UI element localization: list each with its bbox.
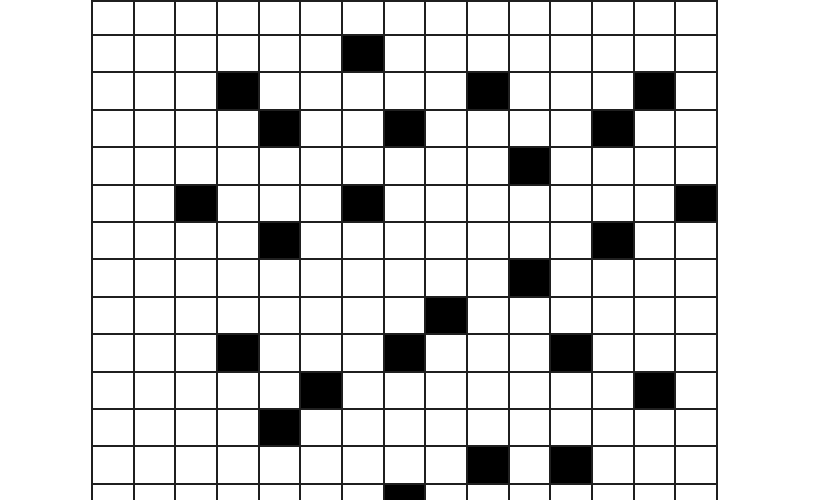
- open-cell[interactable]: [176, 260, 218, 297]
- open-cell[interactable]: [676, 298, 718, 335]
- open-cell[interactable]: [468, 260, 510, 297]
- open-cell[interactable]: [135, 223, 177, 260]
- open-cell[interactable]: [468, 111, 510, 148]
- open-cell[interactable]: [635, 410, 677, 447]
- open-cell[interactable]: [385, 410, 427, 447]
- open-cell[interactable]: [593, 373, 635, 410]
- page-background: { "game": "crossword", "grid": { "cols":…: [0, 0, 840, 500]
- open-cell[interactable]: [301, 36, 343, 73]
- open-cell[interactable]: [135, 298, 177, 335]
- open-cell[interactable]: [593, 186, 635, 223]
- open-cell[interactable]: [385, 186, 427, 223]
- open-cell[interactable]: [676, 485, 718, 500]
- open-cell[interactable]: [301, 148, 343, 185]
- open-cell[interactable]: [301, 447, 343, 484]
- open-cell[interactable]: [135, 148, 177, 185]
- open-cell[interactable]: [468, 335, 510, 372]
- open-cell[interactable]: [676, 410, 718, 447]
- block-cell: [385, 111, 427, 148]
- open-cell[interactable]: [176, 73, 218, 110]
- open-cell[interactable]: [176, 223, 218, 260]
- open-cell[interactable]: [635, 260, 677, 297]
- open-cell[interactable]: [260, 2, 302, 36]
- open-cell[interactable]: [385, 73, 427, 110]
- block-cell: [593, 223, 635, 260]
- open-cell[interactable]: [260, 260, 302, 297]
- open-cell[interactable]: [218, 447, 260, 484]
- block-cell: [385, 485, 427, 500]
- open-cell[interactable]: [343, 73, 385, 110]
- open-cell[interactable]: [218, 111, 260, 148]
- open-cell[interactable]: [468, 298, 510, 335]
- open-cell[interactable]: [218, 260, 260, 297]
- open-cell[interactable]: [676, 373, 718, 410]
- open-cell[interactable]: [135, 373, 177, 410]
- open-cell[interactable]: [176, 373, 218, 410]
- open-cell[interactable]: [676, 260, 718, 297]
- block-cell: [510, 260, 552, 297]
- block-cell: [343, 36, 385, 73]
- open-cell[interactable]: [260, 36, 302, 73]
- open-cell[interactable]: [135, 73, 177, 110]
- open-cell[interactable]: [593, 148, 635, 185]
- open-cell[interactable]: [385, 447, 427, 484]
- block-cell: [301, 373, 343, 410]
- open-cell[interactable]: [426, 186, 468, 223]
- open-cell[interactable]: [593, 485, 635, 500]
- open-cell[interactable]: [218, 2, 260, 36]
- block-cell: [260, 111, 302, 148]
- open-cell[interactable]: [468, 410, 510, 447]
- open-cell[interactable]: [426, 223, 468, 260]
- open-cell[interactable]: [260, 73, 302, 110]
- open-cell[interactable]: [93, 410, 135, 447]
- open-cell[interactable]: [551, 148, 593, 185]
- open-cell[interactable]: [593, 335, 635, 372]
- open-cell[interactable]: [301, 186, 343, 223]
- open-cell[interactable]: [593, 73, 635, 110]
- block-cell: [176, 186, 218, 223]
- open-cell[interactable]: [468, 148, 510, 185]
- open-cell[interactable]: [385, 36, 427, 73]
- open-cell[interactable]: [676, 2, 718, 36]
- open-cell[interactable]: [551, 186, 593, 223]
- open-cell[interactable]: [426, 260, 468, 297]
- open-cell[interactable]: [93, 73, 135, 110]
- open-cell[interactable]: [93, 298, 135, 335]
- open-cell[interactable]: [260, 186, 302, 223]
- block-cell: [551, 447, 593, 484]
- open-cell[interactable]: [635, 485, 677, 500]
- open-cell[interactable]: [426, 410, 468, 447]
- open-cell[interactable]: [426, 373, 468, 410]
- open-cell[interactable]: [593, 260, 635, 297]
- open-cell[interactable]: [93, 186, 135, 223]
- block-cell: [260, 410, 302, 447]
- open-cell[interactable]: [260, 373, 302, 410]
- open-cell[interactable]: [93, 260, 135, 297]
- open-cell[interactable]: [218, 36, 260, 73]
- open-cell[interactable]: [343, 373, 385, 410]
- open-cell[interactable]: [426, 73, 468, 110]
- crossword-grid: [91, 0, 718, 500]
- open-cell[interactable]: [510, 73, 552, 110]
- open-cell[interactable]: [176, 36, 218, 73]
- open-cell[interactable]: [176, 410, 218, 447]
- open-cell[interactable]: [260, 298, 302, 335]
- open-cell[interactable]: [343, 447, 385, 484]
- open-cell[interactable]: [551, 223, 593, 260]
- open-cell[interactable]: [593, 2, 635, 36]
- open-cell[interactable]: [468, 485, 510, 500]
- open-cell[interactable]: [301, 260, 343, 297]
- open-cell[interactable]: [135, 335, 177, 372]
- open-cell[interactable]: [301, 335, 343, 372]
- open-cell[interactable]: [218, 373, 260, 410]
- block-cell: [260, 223, 302, 260]
- open-cell[interactable]: [176, 335, 218, 372]
- open-cell[interactable]: [510, 447, 552, 484]
- open-cell[interactable]: [385, 373, 427, 410]
- open-cell[interactable]: [635, 298, 677, 335]
- open-cell[interactable]: [301, 223, 343, 260]
- open-cell[interactable]: [551, 2, 593, 36]
- open-cell[interactable]: [551, 73, 593, 110]
- open-cell[interactable]: [676, 111, 718, 148]
- open-cell[interactable]: [676, 148, 718, 185]
- open-cell[interactable]: [635, 223, 677, 260]
- block-cell: [218, 73, 260, 110]
- open-cell[interactable]: [385, 2, 427, 36]
- open-cell[interactable]: [176, 447, 218, 484]
- block-cell: [635, 373, 677, 410]
- open-cell[interactable]: [510, 298, 552, 335]
- open-cell[interactable]: [510, 186, 552, 223]
- open-cell[interactable]: [343, 2, 385, 36]
- open-cell[interactable]: [218, 485, 260, 500]
- block-cell: [676, 186, 718, 223]
- open-cell[interactable]: [260, 447, 302, 484]
- open-cell[interactable]: [551, 36, 593, 73]
- open-cell[interactable]: [176, 298, 218, 335]
- open-cell[interactable]: [468, 373, 510, 410]
- open-cell[interactable]: [510, 485, 552, 500]
- block-cell: [593, 111, 635, 148]
- open-cell[interactable]: [510, 335, 552, 372]
- open-cell[interactable]: [635, 186, 677, 223]
- open-cell[interactable]: [135, 186, 177, 223]
- open-cell[interactable]: [385, 298, 427, 335]
- open-cell[interactable]: [218, 186, 260, 223]
- open-cell[interactable]: [218, 148, 260, 185]
- open-cell[interactable]: [93, 148, 135, 185]
- open-cell[interactable]: [343, 148, 385, 185]
- open-cell[interactable]: [593, 298, 635, 335]
- open-cell[interactable]: [551, 260, 593, 297]
- open-cell[interactable]: [551, 410, 593, 447]
- open-cell[interactable]: [635, 148, 677, 185]
- open-cell[interactable]: [343, 485, 385, 500]
- open-cell[interactable]: [135, 111, 177, 148]
- open-cell[interactable]: [218, 298, 260, 335]
- open-cell[interactable]: [135, 447, 177, 484]
- open-cell[interactable]: [385, 223, 427, 260]
- open-cell[interactable]: [426, 335, 468, 372]
- open-cell[interactable]: [135, 2, 177, 36]
- open-cell[interactable]: [676, 36, 718, 73]
- open-cell[interactable]: [468, 223, 510, 260]
- open-cell[interactable]: [218, 410, 260, 447]
- open-cell[interactable]: [93, 2, 135, 36]
- open-cell[interactable]: [93, 223, 135, 260]
- open-cell[interactable]: [301, 2, 343, 36]
- open-cell[interactable]: [301, 111, 343, 148]
- block-cell: [426, 298, 468, 335]
- open-cell[interactable]: [93, 36, 135, 73]
- open-cell[interactable]: [468, 36, 510, 73]
- open-cell[interactable]: [551, 485, 593, 500]
- open-cell[interactable]: [301, 298, 343, 335]
- block-cell: [385, 335, 427, 372]
- open-cell[interactable]: [176, 2, 218, 36]
- block-cell: [468, 73, 510, 110]
- open-cell[interactable]: [343, 223, 385, 260]
- block-cell: [510, 148, 552, 185]
- open-cell[interactable]: [93, 447, 135, 484]
- open-cell[interactable]: [135, 36, 177, 73]
- open-cell[interactable]: [426, 2, 468, 36]
- open-cell[interactable]: [510, 2, 552, 36]
- block-cell: [551, 335, 593, 372]
- block-cell: [635, 73, 677, 110]
- open-cell[interactable]: [260, 148, 302, 185]
- open-cell[interactable]: [343, 410, 385, 447]
- open-cell[interactable]: [593, 410, 635, 447]
- open-cell[interactable]: [343, 260, 385, 297]
- open-cell[interactable]: [593, 447, 635, 484]
- open-cell[interactable]: [176, 485, 218, 500]
- open-cell[interactable]: [301, 410, 343, 447]
- open-cell[interactable]: [218, 223, 260, 260]
- open-cell[interactable]: [510, 410, 552, 447]
- open-cell[interactable]: [301, 73, 343, 110]
- open-cell[interactable]: [426, 485, 468, 500]
- block-cell: [343, 186, 385, 223]
- open-cell[interactable]: [635, 335, 677, 372]
- open-cell[interactable]: [551, 111, 593, 148]
- open-cell[interactable]: [635, 447, 677, 484]
- open-cell[interactable]: [176, 111, 218, 148]
- open-cell[interactable]: [676, 335, 718, 372]
- open-cell[interactable]: [93, 373, 135, 410]
- open-cell[interactable]: [93, 485, 135, 500]
- open-cell[interactable]: [343, 298, 385, 335]
- open-cell[interactable]: [135, 410, 177, 447]
- open-cell[interactable]: [635, 2, 677, 36]
- open-cell[interactable]: [551, 373, 593, 410]
- open-cell[interactable]: [593, 36, 635, 73]
- open-cell[interactable]: [260, 485, 302, 500]
- open-cell[interactable]: [676, 447, 718, 484]
- open-cell[interactable]: [385, 148, 427, 185]
- open-cell[interactable]: [510, 223, 552, 260]
- open-cell[interactable]: [426, 36, 468, 73]
- open-cell[interactable]: [135, 260, 177, 297]
- open-cell[interactable]: [468, 186, 510, 223]
- open-cell[interactable]: [426, 111, 468, 148]
- open-cell[interactable]: [260, 335, 302, 372]
- open-cell[interactable]: [176, 148, 218, 185]
- open-cell[interactable]: [93, 335, 135, 372]
- open-cell[interactable]: [426, 447, 468, 484]
- open-cell[interactable]: [510, 373, 552, 410]
- open-cell[interactable]: [301, 485, 343, 500]
- block-cell: [218, 335, 260, 372]
- open-cell[interactable]: [385, 260, 427, 297]
- open-cell[interactable]: [135, 485, 177, 500]
- open-cell[interactable]: [93, 111, 135, 148]
- open-cell[interactable]: [343, 111, 385, 148]
- open-cell[interactable]: [635, 111, 677, 148]
- open-cell[interactable]: [510, 111, 552, 148]
- block-cell: [468, 447, 510, 484]
- open-cell[interactable]: [343, 335, 385, 372]
- open-cell[interactable]: [635, 36, 677, 73]
- open-cell[interactable]: [426, 148, 468, 185]
- open-cell[interactable]: [676, 73, 718, 110]
- open-cell[interactable]: [510, 36, 552, 73]
- open-cell[interactable]: [468, 2, 510, 36]
- open-cell[interactable]: [676, 223, 718, 260]
- open-cell[interactable]: [551, 298, 593, 335]
